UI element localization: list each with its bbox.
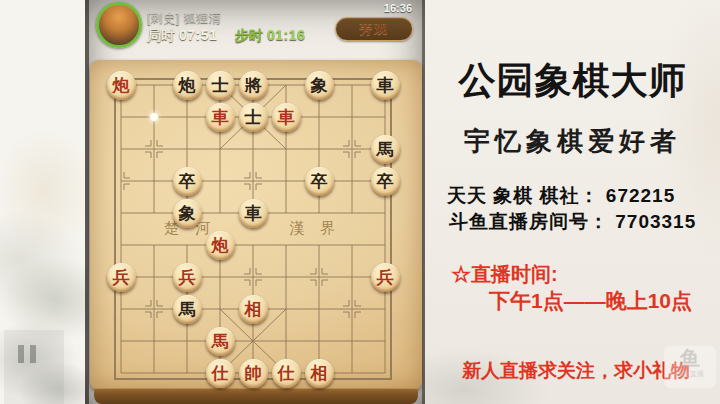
- board-point[interactable]: 馬: [204, 325, 237, 357]
- board-point[interactable]: [336, 101, 369, 133]
- board-point[interactable]: 將: [237, 69, 270, 101]
- board-point[interactable]: [171, 325, 204, 357]
- board-point[interactable]: [171, 229, 204, 261]
- black-general[interactable]: 將: [239, 71, 268, 100]
- follow-request-line: 新人直播求关注，求小礼物: [462, 358, 690, 384]
- board-point[interactable]: 士: [204, 69, 237, 101]
- board-point[interactable]: 兵: [369, 261, 402, 293]
- board-point[interactable]: 象: [171, 197, 204, 229]
- stream-frame: [刺史] 狐狸清 局时 07:51 步时 01:16 16:36 旁观 楚 河 …: [0, 0, 720, 404]
- board-point[interactable]: [336, 165, 369, 197]
- board-point[interactable]: [105, 101, 138, 133]
- red-elephant[interactable]: 相: [239, 295, 268, 324]
- board-point[interactable]: 帥: [237, 357, 270, 389]
- board-point[interactable]: [270, 229, 303, 261]
- board-point[interactable]: 車: [237, 197, 270, 229]
- schedule-label: ☆直播时间:: [451, 261, 558, 288]
- red-general[interactable]: 帥: [239, 359, 268, 388]
- painted-window: [18, 345, 24, 363]
- board-point[interactable]: 卒: [369, 165, 402, 197]
- board-point[interactable]: [204, 133, 237, 165]
- douyu-watermark: 鱼 斗鱼直播: [664, 346, 716, 388]
- board-point[interactable]: [369, 229, 402, 261]
- board-point[interactable]: [237, 229, 270, 261]
- board-point[interactable]: [336, 261, 369, 293]
- board-point[interactable]: [105, 357, 138, 389]
- board-point[interactable]: [369, 197, 402, 229]
- red-elephant[interactable]: 相: [305, 359, 334, 388]
- room-id-line: 斗鱼直播房间号： 7703315: [449, 209, 696, 235]
- board-point[interactable]: [138, 69, 171, 101]
- board-point[interactable]: [303, 101, 336, 133]
- board-point[interactable]: 車: [204, 101, 237, 133]
- black-soldier[interactable]: 卒: [305, 167, 334, 196]
- red-horse[interactable]: 馬: [206, 327, 235, 356]
- board-point[interactable]: [237, 133, 270, 165]
- black-soldier[interactable]: 卒: [173, 167, 202, 196]
- board-point[interactable]: [270, 293, 303, 325]
- board-point[interactable]: [237, 165, 270, 197]
- black-elephant[interactable]: 象: [173, 199, 202, 228]
- black-soldier[interactable]: 卒: [371, 167, 400, 196]
- board-point[interactable]: [303, 261, 336, 293]
- board-point[interactable]: 兵: [105, 261, 138, 293]
- red-cannon[interactable]: 炮: [206, 231, 235, 260]
- board-point[interactable]: [303, 133, 336, 165]
- board-point[interactable]: [336, 197, 369, 229]
- board-point[interactable]: [336, 133, 369, 165]
- red-chariot[interactable]: 車: [206, 103, 235, 132]
- painted-building: [4, 330, 64, 404]
- last-move-marker: [150, 113, 159, 122]
- board-point[interactable]: [270, 197, 303, 229]
- board-grid: 炮炮士將象車車士車馬卒卒卒象車炮兵兵兵馬相馬仕帥仕相: [105, 69, 402, 389]
- red-soldier[interactable]: 兵: [371, 263, 400, 292]
- black-chariot[interactable]: 車: [239, 199, 268, 228]
- board-point[interactable]: [138, 133, 171, 165]
- board-point[interactable]: 車: [270, 101, 303, 133]
- board-point[interactable]: [105, 229, 138, 261]
- board-point[interactable]: 兵: [171, 261, 204, 293]
- board-point[interactable]: 車: [369, 69, 402, 101]
- board-point[interactable]: 相: [237, 293, 270, 325]
- red-soldier[interactable]: 兵: [107, 263, 136, 292]
- board-point[interactable]: 炮: [105, 69, 138, 101]
- board-point[interactable]: [237, 261, 270, 293]
- stream-subtitle: 宇忆象棋爱好者: [425, 124, 720, 159]
- douyu-logo-text: 斗鱼直播: [664, 370, 716, 378]
- board-point[interactable]: [336, 357, 369, 389]
- black-chariot[interactable]: 車: [371, 71, 400, 100]
- board-point[interactable]: [138, 357, 171, 389]
- game-capture: [刺史] 狐狸清 局时 07:51 步时 01:16 16:36 旁观 楚 河 …: [85, 0, 425, 404]
- board-point[interactable]: [303, 229, 336, 261]
- black-elephant[interactable]: 象: [305, 71, 334, 100]
- board-point[interactable]: [138, 261, 171, 293]
- board-point[interactable]: 馬: [171, 293, 204, 325]
- board-point[interactable]: [138, 165, 171, 197]
- board-point[interactable]: [303, 325, 336, 357]
- board-point[interactable]: [369, 101, 402, 133]
- board-point[interactable]: 象: [303, 69, 336, 101]
- board-point[interactable]: 士: [237, 101, 270, 133]
- board-point[interactable]: [138, 197, 171, 229]
- watercolor-background-left: [0, 0, 88, 404]
- board-point[interactable]: [105, 197, 138, 229]
- board-point[interactable]: [270, 325, 303, 357]
- black-horse[interactable]: 馬: [371, 135, 400, 164]
- board-point[interactable]: 卒: [303, 165, 336, 197]
- red-advisor[interactable]: 仕: [206, 359, 235, 388]
- red-soldier[interactable]: 兵: [173, 263, 202, 292]
- club-id-line: 天天 象棋 棋社： 672215: [447, 183, 675, 209]
- board-point[interactable]: [369, 325, 402, 357]
- board-point[interactable]: [138, 325, 171, 357]
- board-point[interactable]: [369, 357, 402, 389]
- board-point[interactable]: 卒: [171, 165, 204, 197]
- board-point[interactable]: [204, 261, 237, 293]
- board-point[interactable]: [171, 101, 204, 133]
- board-point[interactable]: [303, 293, 336, 325]
- douyu-logo-icon: 鱼: [664, 346, 716, 370]
- board-point[interactable]: 仕: [204, 357, 237, 389]
- stream-title: 公园象棋大师: [425, 56, 720, 106]
- board-point[interactable]: [237, 325, 270, 357]
- board-point[interactable]: 仕: [270, 357, 303, 389]
- board-point[interactable]: [270, 133, 303, 165]
- red-chariot[interactable]: 車: [272, 103, 301, 132]
- board-point[interactable]: [204, 293, 237, 325]
- board-point[interactable]: [204, 165, 237, 197]
- red-cannon[interactable]: 炮: [107, 71, 136, 100]
- board-point[interactable]: [105, 325, 138, 357]
- board-point[interactable]: [204, 197, 237, 229]
- black-horse[interactable]: 馬: [173, 295, 202, 324]
- board-point[interactable]: [336, 293, 369, 325]
- board-point[interactable]: [270, 69, 303, 101]
- board-point[interactable]: [336, 229, 369, 261]
- board-point[interactable]: 相: [303, 357, 336, 389]
- painted-window: [30, 345, 36, 363]
- board-point[interactable]: [138, 229, 171, 261]
- board-point[interactable]: [105, 133, 138, 165]
- board-point[interactable]: 馬: [369, 133, 402, 165]
- board-point[interactable]: [303, 197, 336, 229]
- board-point[interactable]: [105, 293, 138, 325]
- info-panel: 公园象棋大师 宇忆象棋爱好者 天天 象棋 棋社： 672215 斗鱼直播房间号：…: [425, 0, 720, 404]
- schedule-time: 下午1点——晚上10点: [489, 287, 692, 315]
- red-advisor[interactable]: 仕: [272, 359, 301, 388]
- board-point[interactable]: [171, 133, 204, 165]
- board-point[interactable]: 炮: [171, 69, 204, 101]
- board-point[interactable]: [138, 293, 171, 325]
- board-point[interactable]: [369, 293, 402, 325]
- black-cannon[interactable]: 炮: [173, 71, 202, 100]
- black-advisor[interactable]: 士: [206, 71, 235, 100]
- board-point[interactable]: [105, 165, 138, 197]
- board-point[interactable]: [270, 261, 303, 293]
- board-point[interactable]: [336, 325, 369, 357]
- board-point[interactable]: 炮: [204, 229, 237, 261]
- board-point[interactable]: [270, 165, 303, 197]
- board-point[interactable]: [171, 357, 204, 389]
- black-advisor[interactable]: 士: [239, 103, 268, 132]
- board-point[interactable]: [336, 69, 369, 101]
